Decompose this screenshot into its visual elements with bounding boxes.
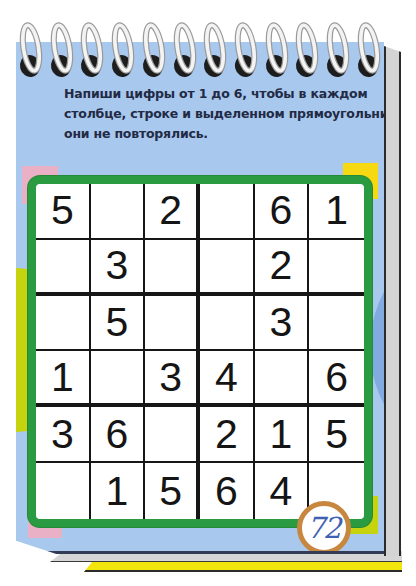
cell-r5c1-given-3[interactable]: 3 bbox=[36, 407, 91, 463]
cell-r1c3-given-2[interactable]: 2 bbox=[145, 184, 200, 240]
cell-r6c3-given-5[interactable]: 5 bbox=[145, 463, 200, 519]
cell-r1c4-empty[interactable] bbox=[200, 184, 255, 240]
cell-r1c5-given-6[interactable]: 6 bbox=[255, 184, 310, 240]
sudoku-grid: 526132531346362151564 bbox=[36, 184, 364, 519]
cell-r4c5-empty[interactable] bbox=[255, 351, 310, 407]
cell-r3c3-empty[interactable] bbox=[145, 296, 200, 352]
cell-r5c5-given-1[interactable]: 1 bbox=[255, 407, 310, 463]
cell-r2c1-empty[interactable] bbox=[36, 240, 91, 296]
cell-r3c5-given-3[interactable]: 3 bbox=[255, 296, 310, 352]
cell-r1c2-empty[interactable] bbox=[91, 184, 146, 240]
cell-r1c6-given-1[interactable]: 1 bbox=[309, 184, 364, 240]
notepad-page: Напиши цифры от 1 до 6, чтобы в каждом с… bbox=[16, 42, 384, 554]
cell-r3c6-empty[interactable] bbox=[309, 296, 364, 352]
page-number: 72 bbox=[307, 511, 340, 545]
cell-r4c4-given-4[interactable]: 4 bbox=[200, 351, 255, 407]
cell-r2c2-given-3[interactable]: 3 bbox=[91, 240, 146, 296]
cell-r5c6-given-5[interactable]: 5 bbox=[309, 407, 364, 463]
cell-r1c1-given-5[interactable]: 5 bbox=[36, 184, 91, 240]
cell-r6c2-given-1[interactable]: 1 bbox=[91, 463, 146, 519]
sheet-stack-right-edge bbox=[384, 46, 401, 556]
cell-r2c6-empty[interactable] bbox=[309, 240, 364, 296]
puzzle-instructions: Напиши цифры от 1 до 6, чтобы в каждом с… bbox=[64, 84, 384, 144]
blue-circle-decoration bbox=[370, 228, 384, 468]
cell-r6c5-given-4[interactable]: 4 bbox=[255, 463, 310, 519]
instructions-line-2: столбце, строке и выделенном прямоугольн… bbox=[64, 104, 384, 124]
page-number-badge: 72 bbox=[297, 501, 351, 554]
cell-r5c2-given-6[interactable]: 6 bbox=[91, 407, 146, 463]
sudoku-board: 526132531346362151564 bbox=[28, 176, 372, 527]
cell-r5c4-given-2[interactable]: 2 bbox=[200, 407, 255, 463]
notepad: Напиши цифры от 1 до 6, чтобы в каждом с… bbox=[0, 0, 416, 586]
cell-r6c4-given-6[interactable]: 6 bbox=[200, 463, 255, 519]
cell-r4c1-given-1[interactable]: 1 bbox=[36, 351, 91, 407]
cell-r3c4-empty[interactable] bbox=[200, 296, 255, 352]
cell-r4c6-given-6[interactable]: 6 bbox=[309, 351, 364, 407]
cell-r4c3-given-3[interactable]: 3 bbox=[145, 351, 200, 407]
cell-r3c1-empty[interactable] bbox=[36, 296, 91, 352]
cell-r2c5-given-2[interactable]: 2 bbox=[255, 240, 310, 296]
cell-r2c3-empty[interactable] bbox=[145, 240, 200, 296]
instructions-line-3: они не повторялись. bbox=[64, 124, 384, 144]
cell-r5c3-empty[interactable] bbox=[145, 407, 200, 463]
instructions-line-1: Напиши цифры от 1 до 6, чтобы в каждом bbox=[64, 84, 384, 104]
cell-r6c1-empty[interactable] bbox=[36, 463, 91, 519]
cell-r3c2-given-5[interactable]: 5 bbox=[91, 296, 146, 352]
cell-r4c2-empty[interactable] bbox=[91, 351, 146, 407]
cell-r2c4-empty[interactable] bbox=[200, 240, 255, 296]
